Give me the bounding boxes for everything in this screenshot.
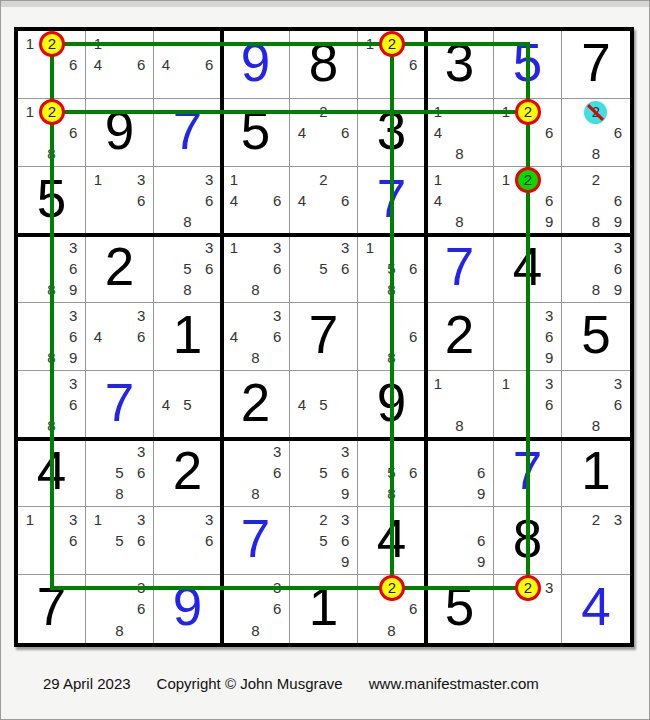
cell-r3c9[interactable]: 2689 <box>562 167 630 235</box>
cell-r8c8[interactable]: 8 <box>494 507 562 575</box>
cell-r6c6[interactable]: 9 <box>358 371 426 439</box>
cell-r9c3[interactable]: 9 <box>154 575 222 643</box>
pencil-marks: 3689 <box>18 303 85 370</box>
pencil-marks: 146 <box>86 31 153 98</box>
solved-digit: 1 <box>290 575 357 643</box>
box-divider-vertical-2 <box>424 31 428 643</box>
pencil-marks: 3689 <box>18 235 85 302</box>
cell-r1c6[interactable]: 126 <box>358 31 426 99</box>
cell-r1c5[interactable]: 8 <box>290 31 358 99</box>
solved-digit: 7 <box>86 371 153 438</box>
cell-r1c9[interactable]: 7 <box>562 31 630 99</box>
solved-digit: 7 <box>222 507 289 574</box>
sudoku-board: 2222222 12614646981263571268975246314812… <box>14 27 634 647</box>
pencil-marks: 45 <box>154 371 221 438</box>
cell-r9c4[interactable]: 368 <box>222 575 290 643</box>
pencil-marks: 23 <box>494 575 561 643</box>
cell-r8c5[interactable]: 23569 <box>290 507 358 575</box>
solved-digit: 4 <box>18 439 85 506</box>
cell-r6c1[interactable]: 368 <box>18 371 86 439</box>
pencil-marks: 126 <box>18 31 85 98</box>
cell-r2c1[interactable]: 1268 <box>18 99 86 167</box>
pencil-marks: 3569 <box>290 439 357 506</box>
pencil-marks: 1268 <box>18 99 85 166</box>
pencil-marks: 1356 <box>86 507 153 574</box>
pencil-marks: 346 <box>86 303 153 370</box>
pencil-marks: 148 <box>426 167 493 234</box>
cell-r9c7[interactable]: 5 <box>426 575 494 643</box>
cell-r5c8[interactable]: 369 <box>494 303 562 371</box>
cell-r3c5[interactable]: 246 <box>290 167 358 235</box>
pencil-marks: 1568 <box>358 235 425 302</box>
solved-digit: 8 <box>494 507 561 574</box>
cell-r4c7[interactable]: 7 <box>426 235 494 303</box>
solved-digit: 2 <box>222 371 289 438</box>
pencil-marks: 126 <box>494 99 561 166</box>
solved-digit: 5 <box>494 31 561 98</box>
cell-r2c2[interactable]: 9 <box>86 99 154 167</box>
solved-digit: 4 <box>562 575 630 643</box>
solved-digit: 7 <box>494 439 561 506</box>
cell-r6c4[interactable]: 2 <box>222 371 290 439</box>
cell-r3c7[interactable]: 148 <box>426 167 494 235</box>
solved-digit: 2 <box>154 439 221 506</box>
cell-r3c3[interactable]: 368 <box>154 167 222 235</box>
pencil-marks: 45 <box>290 371 357 438</box>
cell-r9c8[interactable]: 23 <box>494 575 562 643</box>
pencil-marks: 368 <box>222 439 289 506</box>
cell-r6c2[interactable]: 7 <box>86 371 154 439</box>
cell-r3c1[interactable]: 5 <box>18 167 86 235</box>
pencil-marks: 23 <box>562 507 630 574</box>
cell-r2c8[interactable]: 126 <box>494 99 562 167</box>
cell-r9c5[interactable]: 1 <box>290 575 358 643</box>
cell-r8c1[interactable]: 136 <box>18 507 86 575</box>
solved-digit: 1 <box>562 439 630 506</box>
cell-r7c7[interactable]: 69 <box>426 439 494 507</box>
solved-digit: 5 <box>222 99 289 166</box>
cell-r8c7[interactable]: 69 <box>426 507 494 575</box>
pencil-marks: 3568 <box>154 235 221 302</box>
pencil-marks: 46 <box>154 31 221 98</box>
cell-r6c5[interactable]: 45 <box>290 371 358 439</box>
pencil-marks: 368 <box>154 167 221 234</box>
cell-r8c9[interactable]: 23 <box>562 507 630 575</box>
solved-digit: 2 <box>426 303 493 370</box>
caption: 29 April 2023 Copyright © John Musgrave … <box>43 673 539 693</box>
cell-r7c6[interactable]: 568 <box>358 439 426 507</box>
cell-r5c7[interactable]: 2 <box>426 303 494 371</box>
cell-r2c9[interactable]: 268 <box>562 99 630 167</box>
solved-digit: 5 <box>562 303 630 370</box>
solved-digit: 4 <box>358 507 425 574</box>
cell-r2c4[interactable]: 5 <box>222 99 290 167</box>
cell-r8c2[interactable]: 1356 <box>86 507 154 575</box>
cell-r5c2[interactable]: 346 <box>86 303 154 371</box>
solved-digit: 7 <box>290 303 357 370</box>
cell-r6c7[interactable]: 18 <box>426 371 494 439</box>
cell-r9c9[interactable]: 4 <box>562 575 630 643</box>
solved-digit: 7 <box>358 167 425 234</box>
pencil-marks: 146 <box>222 167 289 234</box>
window-top-strip <box>1 1 649 7</box>
pencil-marks: 369 <box>494 303 561 370</box>
solved-digit: 8 <box>290 31 357 98</box>
pencil-marks: 246 <box>290 167 357 234</box>
cell-r1c8[interactable]: 5 <box>494 31 562 99</box>
pencil-marks: 148 <box>426 99 493 166</box>
cell-r4c1[interactable]: 3689 <box>18 235 86 303</box>
cell-r5c3[interactable]: 1 <box>154 303 222 371</box>
cell-r4c9[interactable]: 3689 <box>562 235 630 303</box>
cell-r2c3[interactable]: 7 <box>154 99 222 167</box>
pencil-marks: 368 <box>562 371 630 438</box>
pencil-marks: 126 <box>358 31 425 98</box>
caption-date: 29 April 2023 <box>43 675 131 692</box>
cell-r4c2[interactable]: 2 <box>86 235 154 303</box>
cell-r5c5[interactable]: 7 <box>290 303 358 371</box>
cell-r4c3[interactable]: 3568 <box>154 235 222 303</box>
cell-r2c5[interactable]: 246 <box>290 99 358 167</box>
cell-r5c9[interactable]: 5 <box>562 303 630 371</box>
caption-website[interactable]: www.manifestmaster.com <box>369 675 539 692</box>
cell-r3c8[interactable]: 1269 <box>494 167 562 235</box>
cell-r6c3[interactable]: 45 <box>154 371 222 439</box>
pencil-marks: 2689 <box>562 167 630 234</box>
solved-digit: 7 <box>562 31 630 98</box>
cell-r2c6[interactable]: 3 <box>358 99 426 167</box>
pencil-marks: 68 <box>358 303 425 370</box>
cell-r3c6[interactable]: 7 <box>358 167 426 235</box>
pencil-marks: 3568 <box>86 439 153 506</box>
cell-r1c4[interactable]: 9 <box>222 31 290 99</box>
pencil-marks: 368 <box>18 371 85 438</box>
cell-r4c6[interactable]: 1568 <box>358 235 426 303</box>
pencil-marks: 356 <box>290 235 357 302</box>
solved-digit: 7 <box>426 235 493 302</box>
cell-r7c5[interactable]: 3569 <box>290 439 358 507</box>
cell-r9c6[interactable]: 268 <box>358 575 426 643</box>
pencil-marks: 18 <box>426 371 493 438</box>
cell-r5c4[interactable]: 3468 <box>222 303 290 371</box>
solved-digit: 5 <box>18 167 85 234</box>
pencil-marks: 136 <box>18 507 85 574</box>
cell-r1c7[interactable]: 3 <box>426 31 494 99</box>
cell-r9c1[interactable]: 7 <box>18 575 86 643</box>
pencil-marks: 36 <box>154 507 221 574</box>
pencil-marks: 3689 <box>562 235 630 302</box>
pencil-marks: 1368 <box>222 235 289 302</box>
cell-r9c2[interactable]: 368 <box>86 575 154 643</box>
cell-r2c7[interactable]: 148 <box>426 99 494 167</box>
cell-r4c4[interactable]: 1368 <box>222 235 290 303</box>
cell-r7c2[interactable]: 3568 <box>86 439 154 507</box>
cell-r7c3[interactable]: 2 <box>154 439 222 507</box>
solved-digit: 7 <box>18 575 85 643</box>
cell-r4c5[interactable]: 356 <box>290 235 358 303</box>
cell-r7c8[interactable]: 7 <box>494 439 562 507</box>
cell-r6c8[interactable]: 136 <box>494 371 562 439</box>
cell-r7c4[interactable]: 368 <box>222 439 290 507</box>
pencil-marks: 69 <box>426 507 493 574</box>
pencil-marks: 568 <box>358 439 425 506</box>
cell-r5c1[interactable]: 3689 <box>18 303 86 371</box>
cell-r5c6[interactable]: 68 <box>358 303 426 371</box>
caption-copyright: Copyright © John Musgrave <box>157 675 343 692</box>
cell-r7c1[interactable]: 4 <box>18 439 86 507</box>
pencil-marks: 368 <box>86 575 153 643</box>
solved-digit: 3 <box>358 99 425 166</box>
pencil-marks: 268 <box>562 99 630 166</box>
cell-r8c3[interactable]: 36 <box>154 507 222 575</box>
pencil-marks: 23569 <box>290 507 357 574</box>
solved-digit: 2 <box>86 235 153 302</box>
box-divider-vertical-1 <box>220 31 224 643</box>
solved-digit: 9 <box>154 575 221 643</box>
cell-r3c2[interactable]: 136 <box>86 167 154 235</box>
solved-digit: 5 <box>426 575 493 643</box>
pencil-marks: 69 <box>426 439 493 506</box>
solved-digit: 3 <box>426 31 493 98</box>
box-divider-horizontal-1 <box>18 233 630 237</box>
cell-r1c1[interactable]: 126 <box>18 31 86 99</box>
pencil-marks: 136 <box>86 167 153 234</box>
pencil-marks: 136 <box>494 371 561 438</box>
pencil-marks: 246 <box>290 99 357 166</box>
cell-r3c4[interactable]: 146 <box>222 167 290 235</box>
pencil-marks: 368 <box>222 575 289 643</box>
cell-r8c6[interactable]: 4 <box>358 507 426 575</box>
cell-r6c9[interactable]: 368 <box>562 371 630 439</box>
solved-digit: 1 <box>154 303 221 370</box>
cell-r8c4[interactable]: 7 <box>222 507 290 575</box>
solved-digit: 9 <box>358 371 425 438</box>
solved-digit: 9 <box>222 31 289 98</box>
cell-r4c8[interactable]: 4 <box>494 235 562 303</box>
pencil-marks: 3468 <box>222 303 289 370</box>
page: 2222222 12614646981263571268975246314812… <box>0 0 650 720</box>
solved-digit: 7 <box>154 99 221 166</box>
cell-r1c2[interactable]: 146 <box>86 31 154 99</box>
cell-r7c9[interactable]: 1 <box>562 439 630 507</box>
box-divider-horizontal-2 <box>18 437 630 441</box>
solved-digit: 4 <box>494 235 561 302</box>
pencil-marks: 1269 <box>494 167 561 234</box>
cell-r1c3[interactable]: 46 <box>154 31 222 99</box>
pencil-marks: 268 <box>358 575 425 643</box>
solved-digit: 9 <box>86 99 153 166</box>
